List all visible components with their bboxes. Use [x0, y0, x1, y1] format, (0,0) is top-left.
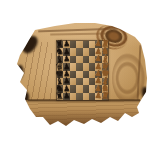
bark-edge-bottom-left: [33, 112, 47, 121]
product-photo-olive-wood-chess-set: ♜♟♟♜♞♟♟♞♝♟♟♝♛♟♟♛♚♟♟♚♝♟♟♝♞♟♟♞♜♟♟♜: [0, 0, 160, 160]
chess-board: ♜♟♟♜♞♟♟♞♝♟♟♝♛♟♟♛♚♟♟♚♝♟♟♝♞♟♟♞♜♟♟♜: [56, 40, 109, 101]
bark-edge-left-lower: [20, 91, 29, 104]
front-apron-shadow: [24, 110, 144, 128]
bark-edge-bottom: [61, 119, 73, 127]
wood-grain-left: [24, 42, 52, 100]
front-apron: [24, 100, 144, 127]
bark-edge-bottom: [87, 119, 101, 127]
chess-piece-white-r: ♜: [100, 90, 110, 101]
board-square: ♟: [63, 93, 69, 100]
bark-edge-right: [142, 87, 148, 98]
board-square: ♜: [102, 93, 108, 100]
chess-piece-black-p: ♟: [62, 92, 70, 101]
wood-grain-streak: [38, 28, 118, 33]
wood-grain-swirl-right: [112, 52, 146, 104]
bark-edge-left: [14, 64, 24, 80]
wood-grain-streak-right: [137, 45, 142, 100]
wood-slab: ♜♟♟♜♞♟♟♞♝♟♟♝♛♟♟♛♚♟♟♚♝♟♟♝♞♟♟♞♜♟♟♜: [0, 0, 160, 160]
bark-edge-bottom-right: [111, 114, 128, 123]
bark-edge-top-left: [20, 33, 41, 55]
wood-grain-streak: [50, 32, 112, 35]
bark-edge-right-corner: [132, 102, 145, 115]
